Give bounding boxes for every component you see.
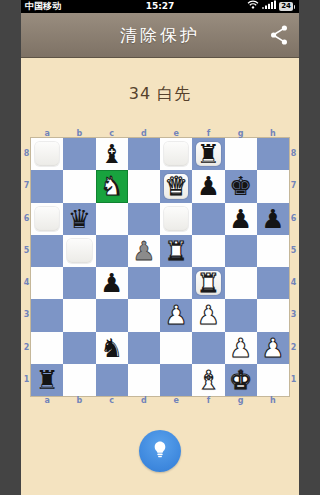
square-g3[interactable]: [225, 299, 257, 331]
piece-wP-e3: ♟: [160, 299, 192, 331]
file-label-f: f: [192, 130, 224, 138]
square-b1[interactable]: [63, 364, 95, 396]
piece-wP-h2: ♟: [257, 332, 289, 364]
square-g4[interactable]: [225, 267, 257, 299]
square-g1[interactable]: ♚: [225, 364, 257, 396]
square-h1[interactable]: [257, 364, 289, 396]
file-label-c: c: [96, 397, 128, 406]
piece-wR-f4: ♜: [192, 267, 224, 299]
rank-label-2-right: 2: [290, 344, 297, 352]
square-c7[interactable]: ♞: [96, 170, 128, 202]
board-zone: abcdefgh ♝♜♞♛♟♚♛♟♟♟♜♟♜♟♟♞♟♟♜♝♚ abcdefgh …: [21, 130, 299, 406]
piece-bQ-b6: ♛: [63, 203, 95, 235]
move-marker-a8: [35, 142, 59, 166]
square-b5[interactable]: [63, 235, 95, 267]
square-h2[interactable]: ♟: [257, 332, 289, 364]
square-h4[interactable]: [257, 267, 289, 299]
square-f3[interactable]: ♟: [192, 299, 224, 331]
square-e4[interactable]: [160, 267, 192, 299]
rank-label-2-left: 2: [23, 344, 30, 352]
square-g7[interactable]: ♚: [225, 170, 257, 202]
piece-bR-f8: ♜: [192, 138, 224, 170]
chess-board: ♝♜♞♛♟♚♛♟♟♟♜♟♜♟♟♞♟♟♜♝♚: [31, 138, 289, 396]
square-c1[interactable]: [96, 364, 128, 396]
carrier-label: 中国移动: [25, 0, 61, 13]
square-d3[interactable]: [128, 299, 160, 331]
app-window: 中国移动 15:27 24 清除保护 34 白先 abcdefgh ♝♜♞♛♟♚…: [21, 0, 299, 495]
share-icon: [269, 34, 289, 49]
square-h6[interactable]: ♟: [257, 203, 289, 235]
square-h5[interactable]: [257, 235, 289, 267]
piece-bR-a1: ♜: [31, 364, 63, 396]
square-d2[interactable]: [128, 332, 160, 364]
rank-label-7-left: 7: [23, 182, 30, 190]
square-e3[interactable]: ♟: [160, 299, 192, 331]
square-f2[interactable]: [192, 332, 224, 364]
clock: 15:27: [146, 0, 175, 13]
move-marker-e6: [164, 207, 188, 231]
puzzle-banner: 34 白先: [21, 58, 299, 130]
rank-label-6-right: 6: [290, 215, 297, 223]
file-labels-bottom: abcdefgh: [31, 396, 289, 406]
file-label-d: d: [128, 397, 160, 406]
square-e8[interactable]: [160, 138, 192, 170]
square-a6[interactable]: [31, 203, 63, 235]
move-marker-a6: [35, 207, 59, 231]
battery-percent: 24: [281, 2, 291, 11]
square-c3[interactable]: [96, 299, 128, 331]
file-label-e: e: [160, 130, 192, 138]
square-d4[interactable]: [128, 267, 160, 299]
title-bar: 清除保护: [21, 13, 299, 58]
file-label-a: a: [31, 397, 63, 406]
piece-bB-c8: ♝: [96, 138, 128, 170]
square-a3[interactable]: [31, 299, 63, 331]
square-g6[interactable]: ♟: [225, 203, 257, 235]
footer: [21, 406, 299, 495]
square-b4[interactable]: [63, 267, 95, 299]
file-labels-top: abcdefgh: [31, 130, 289, 138]
lightbulb-icon: [150, 439, 170, 462]
file-label-g: g: [225, 130, 257, 138]
square-a7[interactable]: [31, 170, 63, 202]
square-c4[interactable]: ♟: [96, 267, 128, 299]
square-e7[interactable]: ♛: [160, 170, 192, 202]
rank-label-6-left: 6: [23, 215, 30, 223]
file-label-f: f: [192, 397, 224, 406]
square-c5[interactable]: [96, 235, 128, 267]
rank-label-5-right: 5: [290, 247, 297, 255]
square-f7[interactable]: ♟: [192, 170, 224, 202]
file-label-c: c: [96, 130, 128, 138]
rank-label-1-left: 1: [23, 376, 30, 384]
square-g5[interactable]: [225, 235, 257, 267]
square-d8[interactable]: [128, 138, 160, 170]
piece-bN-c2: ♞: [96, 332, 128, 364]
piece-bP-c4: ♟: [96, 267, 128, 299]
piece-bP-d5: ♟: [128, 235, 160, 267]
piece-wR-e5: ♜: [160, 235, 192, 267]
piece-bP-h6: ♟: [257, 203, 289, 235]
rank-label-8-left: 8: [23, 150, 30, 158]
square-b2[interactable]: [63, 332, 95, 364]
square-f8[interactable]: ♜: [192, 138, 224, 170]
square-f6[interactable]: [192, 203, 224, 235]
square-f4[interactable]: ♜: [192, 267, 224, 299]
file-label-b: b: [63, 397, 95, 406]
square-b3[interactable]: [63, 299, 95, 331]
square-a4[interactable]: [31, 267, 63, 299]
rank-label-8-right: 8: [290, 150, 297, 158]
wifi-icon: [247, 0, 259, 13]
share-button[interactable]: [268, 24, 290, 46]
file-label-h: h: [257, 130, 289, 138]
rank-label-1-right: 1: [290, 376, 297, 384]
hint-button[interactable]: [139, 430, 181, 472]
rank-label-4-left: 4: [23, 279, 30, 287]
piece-wB-f1: ♝: [192, 364, 224, 396]
square-f1[interactable]: ♝: [192, 364, 224, 396]
piece-wP-f3: ♟: [192, 299, 224, 331]
file-label-g: g: [225, 397, 257, 406]
square-h7[interactable]: [257, 170, 289, 202]
piece-wP-g2: ♟: [225, 332, 257, 364]
piece-bP-g6: ♟: [225, 203, 257, 235]
square-c2[interactable]: ♞: [96, 332, 128, 364]
square-g2[interactable]: ♟: [225, 332, 257, 364]
square-h3[interactable]: [257, 299, 289, 331]
battery-icon: 24: [279, 2, 293, 11]
puzzle-caption: 34 白先: [129, 84, 191, 105]
square-c8[interactable]: ♝: [96, 138, 128, 170]
square-a8[interactable]: [31, 138, 63, 170]
square-f5[interactable]: [192, 235, 224, 267]
rank-label-3-left: 3: [23, 311, 30, 319]
file-label-h: h: [257, 397, 289, 406]
square-b8[interactable]: [63, 138, 95, 170]
square-a1[interactable]: ♜: [31, 364, 63, 396]
file-label-b: b: [63, 130, 95, 138]
signal-bars-icon: [262, 0, 276, 13]
square-h8[interactable]: [257, 138, 289, 170]
square-g8[interactable]: [225, 138, 257, 170]
file-label-a: a: [31, 130, 63, 138]
piece-bP-f7: ♟: [192, 170, 224, 202]
square-e2[interactable]: [160, 332, 192, 364]
square-e5[interactable]: ♜: [160, 235, 192, 267]
rank-label-4-right: 4: [290, 279, 297, 287]
rank-label-7-right: 7: [290, 182, 297, 190]
page-title: 清除保护: [120, 24, 200, 47]
square-d5[interactable]: ♟: [128, 235, 160, 267]
rank-label-3-right: 3: [290, 311, 297, 319]
file-label-e: e: [160, 397, 192, 406]
rank-label-5-left: 5: [23, 247, 30, 255]
square-d6[interactable]: [128, 203, 160, 235]
move-marker-b5: [67, 239, 91, 263]
piece-wN-c7: ♞: [96, 170, 128, 202]
square-e1[interactable]: [160, 364, 192, 396]
square-d7[interactable]: [128, 170, 160, 202]
file-label-d: d: [128, 130, 160, 138]
piece-wK-g1: ♚: [225, 364, 257, 396]
square-b6[interactable]: ♛: [63, 203, 95, 235]
piece-wQ-e7: ♛: [160, 170, 192, 202]
square-a5[interactable]: [31, 235, 63, 267]
square-e6[interactable]: [160, 203, 192, 235]
square-b7[interactable]: [63, 170, 95, 202]
square-a2[interactable]: [31, 332, 63, 364]
square-d1[interactable]: [128, 364, 160, 396]
status-bar: 中国移动 15:27 24: [21, 0, 299, 13]
square-c6[interactable]: [96, 203, 128, 235]
move-marker-e8: [164, 142, 188, 166]
piece-bK-g7: ♚: [225, 170, 257, 202]
